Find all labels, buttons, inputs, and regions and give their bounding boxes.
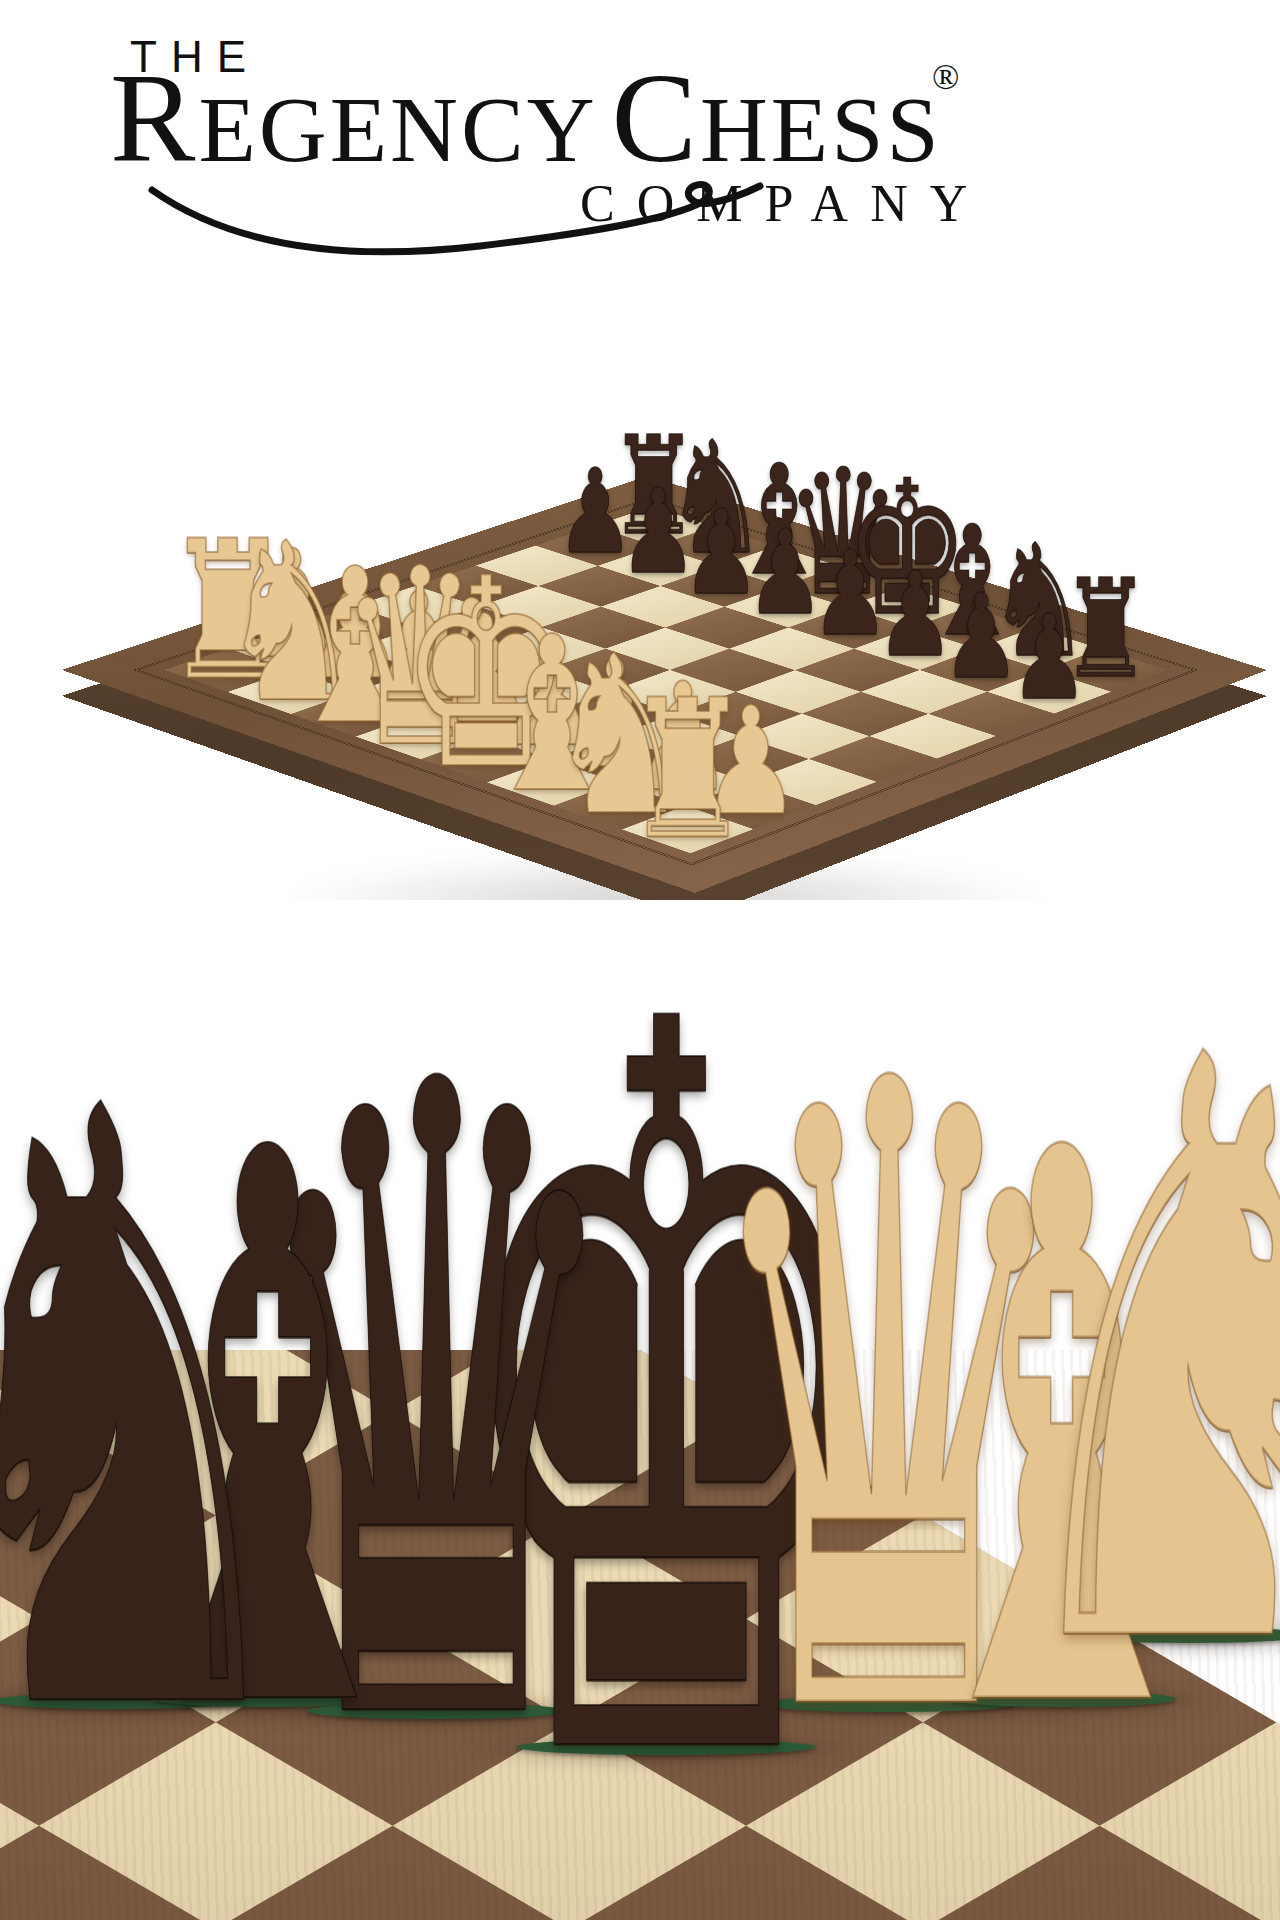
board-grid <box>165 507 1168 854</box>
black-queen-felt-base <box>306 1703 567 1719</box>
chess-set-photo: ♜♞♝♛♚♝♞♜♟♟♟♟♟♟♟♟♟♟♟♟♟♟♟♟♜♞♝♛♚♝♞♜ <box>0 0 1280 1020</box>
chess-board <box>62 476 1267 893</box>
white-bishop-felt-base <box>948 1691 1176 1707</box>
black-king-felt-base <box>516 1739 816 1755</box>
pieces-closeup-photo: ♞♝♛♚♛♝♞ <box>0 900 1280 1920</box>
